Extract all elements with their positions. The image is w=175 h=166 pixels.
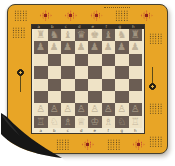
flower-motif (90, 10, 103, 21)
flower-motif (64, 10, 77, 21)
square-d3[interactable] (75, 91, 89, 103)
square-g3[interactable] (115, 91, 129, 103)
square-a8[interactable]: ♜ (34, 29, 48, 41)
ghost-piece-N: ♘ (115, 116, 129, 128)
square-h2[interactable]: ♙ (129, 103, 143, 115)
folded-corner[interactable] (0, 108, 78, 166)
file-label-h: h (129, 128, 143, 133)
square-f1[interactable]: ♗ (102, 116, 116, 128)
square-d8[interactable]: ♛ (75, 29, 89, 41)
square-h4[interactable] (129, 79, 143, 91)
ghost-piece-R: ♖ (129, 116, 143, 128)
square-g5[interactable] (115, 66, 129, 78)
ghost-piece-k: ♚ (88, 29, 102, 41)
ghost-piece-p: ♟ (34, 41, 48, 53)
ghost-piece-b: ♝ (61, 29, 75, 41)
square-b6[interactable] (48, 54, 62, 66)
square-c6[interactable] (61, 54, 75, 66)
square-d4[interactable] (75, 79, 89, 91)
ghost-piece-b: ♝ (102, 29, 116, 41)
square-e1[interactable]: ♔ (88, 116, 102, 128)
square-e7[interactable]: ♟ (88, 41, 102, 53)
square-c4[interactable] (61, 79, 75, 91)
square-g8[interactable]: ♞ (115, 29, 129, 41)
square-h3[interactable] (129, 91, 143, 103)
flower-motif (132, 139, 145, 150)
square-b4[interactable] (48, 79, 62, 91)
square-d7[interactable]: ♟ (75, 41, 89, 53)
square-a7[interactable]: ♟ (34, 41, 48, 53)
grommet-left-icon (17, 69, 24, 92)
square-d6[interactable] (75, 54, 89, 66)
square-h8[interactable]: ♜ (129, 29, 143, 41)
square-e6[interactable] (88, 54, 102, 66)
file-label-f: f (102, 128, 116, 133)
checker-motif (14, 10, 27, 21)
ghost-piece-p: ♟ (129, 41, 143, 53)
square-b8[interactable]: ♞ (48, 29, 62, 41)
flower-motif (81, 139, 94, 150)
square-c5[interactable] (61, 66, 75, 78)
border-motif-right-checker-2 (149, 103, 162, 114)
square-c3[interactable] (61, 91, 75, 103)
ghost-piece-p: ♟ (88, 41, 102, 53)
square-f3[interactable] (102, 91, 116, 103)
square-b7[interactable]: ♟ (48, 41, 62, 53)
square-d5[interactable] (75, 66, 89, 78)
checker-motif (107, 139, 120, 150)
square-a4[interactable] (34, 79, 48, 91)
ghost-piece-p: ♟ (48, 41, 62, 53)
flower-motif (140, 10, 153, 21)
ghost-piece-p: ♟ (75, 41, 89, 53)
square-h1[interactable]: ♖ (129, 116, 143, 128)
square-e5[interactable] (88, 66, 102, 78)
square-g7[interactable]: ♟ (115, 41, 129, 53)
square-g1[interactable]: ♘ (115, 116, 129, 128)
square-g2[interactable]: ♙ (115, 103, 129, 115)
ghost-piece-n: ♞ (115, 29, 129, 41)
ghost-piece-p: ♟ (115, 41, 129, 53)
square-c7[interactable]: ♟ (61, 41, 75, 53)
square-a3[interactable] (34, 91, 48, 103)
square-f6[interactable] (102, 54, 116, 66)
ghost-piece-r: ♜ (34, 29, 48, 41)
ghost-piece-P: ♙ (88, 103, 102, 115)
border-motif-right-checker-3 (149, 136, 162, 147)
border-motif-right-checker-1 (149, 33, 162, 44)
flower-motif (39, 10, 52, 21)
ghost-piece-p: ♟ (102, 41, 116, 53)
square-f4[interactable] (102, 79, 116, 91)
square-f7[interactable]: ♟ (102, 41, 116, 53)
square-a5[interactable] (34, 66, 48, 78)
grommet-right-icon (149, 67, 156, 90)
fine-print-line (104, 7, 130, 8)
ghost-piece-q: ♛ (75, 29, 89, 41)
square-f5[interactable] (102, 66, 116, 78)
ghost-piece-K: ♔ (88, 116, 102, 128)
page: { "game": "chess", "item": { "descriptio… (0, 0, 175, 166)
ghost-piece-P: ♙ (102, 103, 116, 115)
ghost-piece-P: ♙ (129, 103, 143, 115)
file-label-g: g (115, 128, 129, 133)
ghost-piece-B: ♗ (102, 116, 116, 128)
ghost-piece-p: ♟ (61, 41, 75, 53)
ghost-piece-P: ♙ (115, 103, 129, 115)
square-e8[interactable]: ♚ (88, 29, 102, 41)
square-f2[interactable]: ♙ (102, 103, 116, 115)
file-label-e: e (88, 128, 102, 133)
square-h7[interactable]: ♟ (129, 41, 143, 53)
square-e3[interactable] (88, 91, 102, 103)
checker-motif (115, 10, 128, 21)
square-f8[interactable]: ♝ (102, 29, 116, 41)
square-h6[interactable] (129, 54, 143, 66)
square-e2[interactable]: ♙ (88, 103, 102, 115)
square-b3[interactable] (48, 91, 62, 103)
border-motifs-top (14, 10, 153, 21)
square-b5[interactable] (48, 66, 62, 78)
ghost-piece-n: ♞ (48, 29, 62, 41)
square-g6[interactable] (115, 54, 129, 66)
square-h5[interactable] (129, 66, 143, 78)
square-g4[interactable] (115, 79, 129, 91)
square-c8[interactable]: ♝ (61, 29, 75, 41)
ghost-piece-r: ♜ (129, 29, 143, 41)
square-a6[interactable] (34, 54, 48, 66)
border-motif-left-checker (12, 27, 25, 38)
square-e4[interactable] (88, 79, 102, 91)
